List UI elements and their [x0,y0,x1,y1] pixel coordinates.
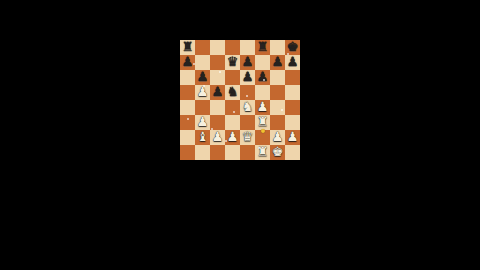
square-e2[interactable]: ♛ [240,130,255,145]
square-a1[interactable] [180,145,195,160]
piece-white-pawn: ♟ [195,114,210,129]
square-f4[interactable]: ♟ [255,100,270,115]
square-b7[interactable] [195,55,210,70]
square-d7[interactable]: ♛ [225,55,240,70]
piece-black-rook: ♜ [180,39,195,54]
square-a6[interactable] [180,70,195,85]
piece-white-knight: ♞ [240,99,255,114]
square-e5[interactable] [240,85,255,100]
square-b1[interactable] [195,145,210,160]
square-a4[interactable] [180,100,195,115]
piece-black-pawn: ♟ [285,54,300,69]
square-a8[interactable]: ♜ [180,40,195,55]
square-f7[interactable] [255,55,270,70]
piece-black-pawn: ♟ [240,54,255,69]
square-h6[interactable] [285,70,300,85]
piece-white-pawn: ♟ [270,129,285,144]
square-c6[interactable] [210,70,225,85]
square-a3[interactable] [180,115,195,130]
piece-white-pawn: ♟ [225,129,240,144]
square-a7[interactable]: ♟ [180,55,195,70]
piece-black-king: ♚ [285,39,300,54]
square-h3[interactable] [285,115,300,130]
square-g6[interactable] [270,70,285,85]
piece-black-pawn: ♟ [180,54,195,69]
piece-black-pawn: ♟ [195,69,210,84]
square-e4[interactable]: ♞ [240,100,255,115]
piece-white-queen: ♛ [240,129,255,144]
square-g1[interactable]: ♚ [270,145,285,160]
square-f6[interactable]: ♟ [255,70,270,85]
square-h5[interactable] [285,85,300,100]
square-a5[interactable] [180,85,195,100]
square-e6[interactable]: ♟ [240,70,255,85]
square-f3[interactable]: ♜ [255,115,270,130]
piece-black-pawn: ♟ [255,69,270,84]
square-g7[interactable]: ♟ [270,55,285,70]
square-d2[interactable]: ♟ [225,130,240,145]
piece-black-pawn: ♟ [270,54,285,69]
square-d1[interactable] [225,145,240,160]
piece-black-pawn: ♟ [240,69,255,84]
piece-white-pawn: ♟ [210,129,225,144]
square-e7[interactable]: ♟ [240,55,255,70]
square-f2[interactable] [255,130,270,145]
square-e3[interactable] [240,115,255,130]
square-d5[interactable]: ♞ [225,85,240,100]
square-d6[interactable] [225,70,240,85]
square-b5[interactable]: ♟ [195,85,210,100]
square-c1[interactable] [210,145,225,160]
square-d3[interactable] [225,115,240,130]
piece-white-pawn: ♟ [255,99,270,114]
square-c4[interactable] [210,100,225,115]
piece-black-knight: ♞ [225,84,240,99]
square-c3[interactable] [210,115,225,130]
piece-white-pawn: ♟ [285,129,300,144]
piece-black-queen: ♛ [225,54,240,69]
square-g2[interactable]: ♟ [270,130,285,145]
square-h1[interactable] [285,145,300,160]
square-f1[interactable]: ♜ [255,145,270,160]
square-c8[interactable] [210,40,225,55]
piece-black-pawn: ♟ [210,84,225,99]
square-h4[interactable] [285,100,300,115]
square-g3[interactable] [270,115,285,130]
piece-white-bishop: ♝ [195,129,210,144]
piece-white-pawn: ♟ [195,84,210,99]
square-h7[interactable]: ♟ [285,55,300,70]
square-c5[interactable]: ♟ [210,85,225,100]
square-h8[interactable]: ♚ [285,40,300,55]
square-g4[interactable] [270,100,285,115]
square-c2[interactable]: ♟ [210,130,225,145]
square-h2[interactable]: ♟ [285,130,300,145]
square-b8[interactable] [195,40,210,55]
square-b3[interactable]: ♟ [195,115,210,130]
piece-white-rook: ♜ [255,114,270,129]
chess-board: ♜♜♚♟♛♟♟♟♟♟♟♟♟♞♞♟♟♜♝♟♟♛♟♟♜♚ [180,40,300,160]
square-e1[interactable] [240,145,255,160]
square-g5[interactable] [270,85,285,100]
square-a2[interactable] [180,130,195,145]
piece-black-rook: ♜ [255,39,270,54]
square-b6[interactable]: ♟ [195,70,210,85]
square-d4[interactable] [225,100,240,115]
square-b4[interactable] [195,100,210,115]
square-f5[interactable] [255,85,270,100]
square-g8[interactable] [270,40,285,55]
piece-white-king: ♚ [270,144,285,159]
square-d8[interactable] [225,40,240,55]
square-e8[interactable] [240,40,255,55]
piece-white-rook: ♜ [255,144,270,159]
square-b2[interactable]: ♝ [195,130,210,145]
square-f8[interactable]: ♜ [255,40,270,55]
app-background: ♜♜♚♟♛♟♟♟♟♟♟♟♟♞♞♟♟♜♝♟♟♛♟♟♜♚ [0,0,480,270]
square-c7[interactable] [210,55,225,70]
